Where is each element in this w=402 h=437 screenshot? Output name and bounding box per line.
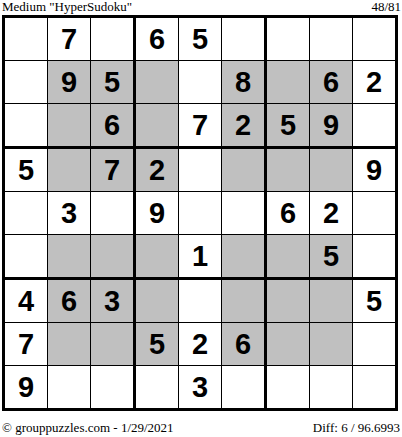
cell-r5c8[interactable]: 2 bbox=[310, 192, 353, 235]
cell-r9c9[interactable] bbox=[353, 366, 395, 408]
cell-r7c9[interactable]: 5 bbox=[353, 280, 395, 323]
cell-r1c7[interactable] bbox=[267, 18, 310, 61]
cell-r4c2[interactable] bbox=[48, 149, 91, 192]
cell-r9c4[interactable] bbox=[136, 366, 179, 408]
cell-r7c7[interactable] bbox=[267, 280, 310, 323]
cell-r2c8[interactable]: 6 bbox=[310, 61, 353, 104]
cell-r4c1[interactable]: 5 bbox=[5, 149, 48, 192]
cell-r1c3[interactable] bbox=[91, 18, 136, 61]
cell-r9c3[interactable] bbox=[91, 366, 136, 408]
cell-r7c3[interactable]: 3 bbox=[91, 280, 136, 323]
cell-r8c8[interactable] bbox=[310, 323, 353, 366]
board-wrapper: 765958626725957293962154635752693 bbox=[2, 15, 398, 411]
cell-r8c4[interactable]: 5 bbox=[136, 323, 179, 366]
cell-r3c1[interactable] bbox=[5, 104, 48, 149]
cell-r9c7[interactable] bbox=[267, 366, 310, 408]
cell-r5c1[interactable] bbox=[5, 192, 48, 235]
cell-r9c8[interactable] bbox=[310, 366, 353, 408]
cell-r8c1[interactable]: 7 bbox=[5, 323, 48, 366]
cell-r5c3[interactable] bbox=[91, 192, 136, 235]
puzzle-title: Medium "HyperSudoku" bbox=[2, 0, 132, 14]
cell-r4c9[interactable]: 9 bbox=[353, 149, 395, 192]
cell-r3c3[interactable]: 6 bbox=[91, 104, 136, 149]
cell-r2c2[interactable]: 9 bbox=[48, 61, 91, 104]
difficulty-text: Diff: 6 / 96.6993 bbox=[313, 420, 402, 435]
cell-r6c9[interactable] bbox=[353, 235, 395, 280]
cell-r7c6[interactable] bbox=[222, 280, 267, 323]
cell-r8c7[interactable] bbox=[267, 323, 310, 366]
cell-r1c4[interactable]: 6 bbox=[136, 18, 179, 61]
copyright-text: © grouppuzzles.com - 1/29/2021 bbox=[0, 420, 174, 435]
cell-r2c1[interactable] bbox=[5, 61, 48, 104]
cell-r2c7[interactable] bbox=[267, 61, 310, 104]
cell-r7c4[interactable] bbox=[136, 280, 179, 323]
cell-r2c5[interactable] bbox=[179, 61, 222, 104]
cell-r1c8[interactable] bbox=[310, 18, 353, 61]
cell-r8c5[interactable]: 2 bbox=[179, 323, 222, 366]
cell-r2c4[interactable] bbox=[136, 61, 179, 104]
cell-r6c7[interactable] bbox=[267, 235, 310, 280]
cell-r9c1[interactable]: 9 bbox=[5, 366, 48, 408]
cell-r5c9[interactable] bbox=[353, 192, 395, 235]
cell-r5c6[interactable] bbox=[222, 192, 267, 235]
cell-r1c2[interactable]: 7 bbox=[48, 18, 91, 61]
cell-r7c1[interactable]: 4 bbox=[5, 280, 48, 323]
cell-r6c3[interactable] bbox=[91, 235, 136, 280]
cell-r3c5[interactable]: 7 bbox=[179, 104, 222, 149]
cell-r5c2[interactable]: 3 bbox=[48, 192, 91, 235]
cell-r7c2[interactable]: 6 bbox=[48, 280, 91, 323]
cell-r4c7[interactable] bbox=[267, 149, 310, 192]
sudoku-board: 765958626725957293962154635752693 bbox=[2, 15, 398, 411]
cell-r3c6[interactable]: 2 bbox=[222, 104, 267, 149]
puzzle-header: Medium "HyperSudoku" 48/81 bbox=[0, 0, 402, 15]
cell-r3c9[interactable] bbox=[353, 104, 395, 149]
cell-r5c5[interactable] bbox=[179, 192, 222, 235]
cell-r4c8[interactable] bbox=[310, 149, 353, 192]
cell-r2c9[interactable]: 2 bbox=[353, 61, 395, 104]
cell-r1c6[interactable] bbox=[222, 18, 267, 61]
cell-r6c4[interactable] bbox=[136, 235, 179, 280]
puzzle-footer: © grouppuzzles.com - 1/29/2021 Diff: 6 /… bbox=[0, 420, 402, 435]
cell-r1c1[interactable] bbox=[5, 18, 48, 61]
cell-r5c4[interactable]: 9 bbox=[136, 192, 179, 235]
cell-r5c7[interactable]: 6 bbox=[267, 192, 310, 235]
cell-r7c8[interactable] bbox=[310, 280, 353, 323]
cell-r6c5[interactable]: 1 bbox=[179, 235, 222, 280]
cell-r2c6[interactable]: 8 bbox=[222, 61, 267, 104]
cell-r7c5[interactable] bbox=[179, 280, 222, 323]
cell-r4c4[interactable]: 2 bbox=[136, 149, 179, 192]
cell-r6c1[interactable] bbox=[5, 235, 48, 280]
cell-r8c3[interactable] bbox=[91, 323, 136, 366]
cell-r3c2[interactable] bbox=[48, 104, 91, 149]
cell-r6c8[interactable]: 5 bbox=[310, 235, 353, 280]
cell-r6c6[interactable] bbox=[222, 235, 267, 280]
empty-cell-counter: 48/81 bbox=[371, 0, 401, 14]
cell-r3c4[interactable] bbox=[136, 104, 179, 149]
cell-r8c6[interactable]: 6 bbox=[222, 323, 267, 366]
cell-r2c3[interactable]: 5 bbox=[91, 61, 136, 104]
cell-r4c3[interactable]: 7 bbox=[91, 149, 136, 192]
cell-r1c9[interactable] bbox=[353, 18, 395, 61]
cell-r4c5[interactable] bbox=[179, 149, 222, 192]
cell-r9c5[interactable]: 3 bbox=[179, 366, 222, 408]
cell-r6c2[interactable] bbox=[48, 235, 91, 280]
cell-r3c8[interactable]: 9 bbox=[310, 104, 353, 149]
cell-r3c7[interactable]: 5 bbox=[267, 104, 310, 149]
cell-r9c6[interactable] bbox=[222, 366, 267, 408]
cell-r9c2[interactable] bbox=[48, 366, 91, 408]
cell-r4c6[interactable] bbox=[222, 149, 267, 192]
cell-r1c5[interactable]: 5 bbox=[179, 18, 222, 61]
cell-r8c2[interactable] bbox=[48, 323, 91, 366]
cell-r8c9[interactable] bbox=[353, 323, 395, 366]
